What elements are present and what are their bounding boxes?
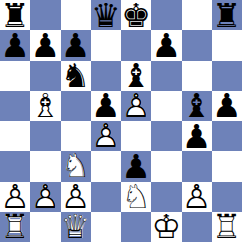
square-g7[interactable]	[182, 30, 212, 60]
square-f7[interactable]: ♟	[151, 30, 181, 60]
chess-board-container: ♜♛♚♜♟♟♟♟♞♝♝♗♟♟♙♝♟♟♙♟♞♘♟♟♙♟♙♟♙♞♘♟♙♜♖♛♕♚♔♜…	[0, 0, 242, 242]
square-d4[interactable]: ♟♙	[91, 121, 121, 151]
square-b2[interactable]: ♟♙	[30, 182, 60, 212]
chess-board: ♜♛♚♜♟♟♟♟♞♝♝♗♟♟♙♝♟♟♙♟♞♘♟♟♙♟♙♟♙♞♘♟♙♜♖♛♕♚♔♜…	[0, 0, 242, 242]
black-pawn-piece: ♟	[0, 30, 30, 60]
piece-outline-layer: ♙	[121, 89, 151, 122]
square-g4[interactable]: ♟	[182, 121, 212, 151]
white-pawn-piece: ♟♙	[30, 182, 60, 212]
square-e5[interactable]: ♟♙	[121, 91, 151, 121]
square-a7[interactable]: ♟	[0, 30, 30, 60]
square-g1[interactable]	[182, 212, 212, 242]
piece-outline-layer: ♙	[31, 179, 61, 212]
white-pawn-piece: ♟♙	[182, 182, 212, 212]
square-g8[interactable]	[182, 0, 212, 30]
white-rook-piece: ♜♖	[0, 212, 30, 242]
black-pawn-piece: ♟	[151, 30, 181, 60]
square-a1[interactable]: ♜♖	[0, 212, 30, 242]
square-h5[interactable]: ♟	[212, 91, 242, 121]
square-h7[interactable]	[212, 30, 242, 60]
square-b1[interactable]	[30, 212, 60, 242]
square-d3[interactable]	[91, 151, 121, 181]
square-a6[interactable]	[0, 61, 30, 91]
square-f3[interactable]	[151, 151, 181, 181]
piece-outline-layer: ♙	[91, 119, 121, 152]
white-pawn-piece: ♟♙	[91, 121, 121, 151]
piece-outline-layer: ♙	[182, 179, 212, 212]
square-f4[interactable]	[151, 121, 181, 151]
black-king-piece: ♚	[121, 0, 151, 30]
piece-outline-layer: ♖	[0, 210, 30, 242]
square-b7[interactable]: ♟	[30, 30, 60, 60]
piece-outline-layer: ♗	[31, 89, 61, 122]
black-rook-piece: ♜	[212, 0, 242, 30]
white-king-piece: ♚♔	[151, 212, 181, 242]
square-e2[interactable]: ♞♘	[121, 182, 151, 212]
square-b4[interactable]	[30, 121, 60, 151]
white-queen-piece: ♛♕	[61, 212, 91, 242]
black-knight-piece: ♞	[61, 61, 91, 91]
square-a4[interactable]	[0, 121, 30, 151]
piece-outline-layer: ♘	[121, 179, 151, 212]
square-h3[interactable]	[212, 151, 242, 181]
square-b5[interactable]: ♝♗	[30, 91, 60, 121]
black-pawn-piece: ♟	[30, 30, 60, 60]
square-h1[interactable]: ♜♖	[212, 212, 242, 242]
square-f5[interactable]	[151, 91, 181, 121]
black-queen-piece: ♛	[91, 0, 121, 30]
square-f6[interactable]	[151, 61, 181, 91]
black-pawn-piece: ♟	[212, 91, 242, 121]
white-bishop-piece: ♝♗	[30, 91, 60, 121]
piece-outline-layer: ♕	[61, 210, 91, 242]
square-c6[interactable]: ♞	[61, 61, 91, 91]
square-h8[interactable]: ♜	[212, 0, 242, 30]
black-pawn-piece: ♟	[182, 121, 212, 151]
square-f1[interactable]: ♚♔	[151, 212, 181, 242]
square-d2[interactable]	[91, 182, 121, 212]
square-g2[interactable]: ♟♙	[182, 182, 212, 212]
square-d8[interactable]: ♛	[91, 0, 121, 30]
square-d7[interactable]	[91, 30, 121, 60]
square-a5[interactable]	[0, 91, 30, 121]
piece-outline-layer: ♖	[212, 210, 242, 242]
square-e8[interactable]: ♚	[121, 0, 151, 30]
square-c1[interactable]: ♛♕	[61, 212, 91, 242]
white-knight-piece: ♞♘	[121, 182, 151, 212]
white-rook-piece: ♜♖	[212, 212, 242, 242]
square-h4[interactable]	[212, 121, 242, 151]
square-d1[interactable]	[91, 212, 121, 242]
piece-outline-layer: ♔	[152, 210, 182, 242]
square-e1[interactable]	[121, 212, 151, 242]
square-c5[interactable]	[61, 91, 91, 121]
white-pawn-piece: ♟♙	[121, 91, 151, 121]
